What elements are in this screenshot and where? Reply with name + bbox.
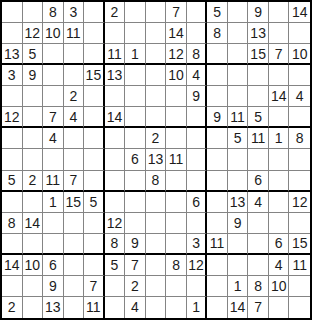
cell-r1c11[interactable]: 5 [207, 2, 228, 23]
cell-r7c14[interactable]: 1 [269, 128, 290, 149]
cell-r11c15[interactable] [289, 213, 310, 234]
cell-r2c12[interactable] [228, 23, 249, 44]
cell-r6c8[interactable] [146, 107, 167, 128]
cell-r10c3[interactable]: 1 [43, 192, 64, 213]
cell-r7c13[interactable]: 11 [248, 128, 269, 149]
cell-r1c2[interactable] [23, 2, 44, 23]
cell-r11c14[interactable] [269, 213, 290, 234]
cell-r2c15[interactable] [289, 23, 310, 44]
cell-r12c9[interactable] [166, 234, 187, 255]
cell-r15c8[interactable] [146, 297, 167, 318]
cell-r7c10[interactable] [187, 128, 208, 149]
cell-r9c10[interactable] [187, 171, 208, 192]
cell-r9c9[interactable] [166, 171, 187, 192]
cell-r8c3[interactable] [43, 149, 64, 170]
cell-r5c13[interactable] [248, 86, 269, 107]
cell-r1c3[interactable]: 8 [43, 2, 64, 23]
cell-r6c1[interactable]: 12 [2, 107, 23, 128]
cell-r8c12[interactable] [228, 149, 249, 170]
cell-r15c7[interactable]: 4 [125, 297, 146, 318]
cell-r14c13[interactable]: 8 [248, 276, 269, 297]
sudoku-board: 8327591412101114813135111128157103915131… [0, 0, 312, 320]
cell-r14c6[interactable] [105, 276, 126, 297]
cell-r11c12[interactable]: 9 [228, 213, 249, 234]
cell-r6c14[interactable] [269, 107, 290, 128]
cell-r1c4[interactable]: 3 [64, 2, 85, 23]
cell-r10c14[interactable] [269, 192, 290, 213]
cell-r10c4[interactable]: 15 [64, 192, 85, 213]
cell-r14c5[interactable]: 7 [84, 276, 105, 297]
cell-r15c15[interactable] [289, 297, 310, 318]
cell-r6c6[interactable]: 14 [105, 107, 126, 128]
cell-r10c2[interactable] [23, 192, 44, 213]
cell-r2c2[interactable]: 12 [23, 23, 44, 44]
cell-r10c15[interactable]: 12 [289, 192, 310, 213]
cell-r11c1[interactable]: 8 [2, 213, 23, 234]
cell-r8c4[interactable] [64, 149, 85, 170]
cell-r11c8[interactable] [146, 213, 167, 234]
cell-r3c8[interactable] [146, 44, 167, 65]
cell-r1c7[interactable] [125, 2, 146, 23]
cell-r1c10[interactable] [187, 2, 208, 23]
cell-r9c13[interactable]: 6 [248, 171, 269, 192]
cell-r10c8[interactable] [146, 192, 167, 213]
cell-r11c7[interactable] [125, 213, 146, 234]
cell-r13c3[interactable]: 6 [43, 255, 64, 276]
cell-r1c13[interactable]: 9 [248, 2, 269, 23]
cell-r5c5[interactable] [84, 86, 105, 107]
cell-r12c2[interactable] [23, 234, 44, 255]
cell-r4c8[interactable] [146, 65, 167, 86]
cell-r12c1[interactable] [2, 234, 23, 255]
cell-r14c11[interactable] [207, 276, 228, 297]
cell-r1c6[interactable]: 2 [105, 2, 126, 23]
cell-r12c3[interactable] [43, 234, 64, 255]
cell-r3c15[interactable]: 10 [289, 44, 310, 65]
cell-r11c9[interactable] [166, 213, 187, 234]
cell-r14c10[interactable] [187, 276, 208, 297]
cell-r10c7[interactable] [125, 192, 146, 213]
cell-r12c4[interactable] [64, 234, 85, 255]
cell-r15c10[interactable]: 1 [187, 297, 208, 318]
cell-r10c6[interactable] [105, 192, 126, 213]
cell-r7c5[interactable] [84, 128, 105, 149]
cell-r13c8[interactable] [146, 255, 167, 276]
cell-r12c11[interactable]: 11 [207, 234, 228, 255]
cell-r9c8[interactable]: 8 [146, 171, 167, 192]
cell-r8c8[interactable]: 13 [146, 149, 167, 170]
cell-r14c14[interactable]: 10 [269, 276, 290, 297]
cell-r14c4[interactable] [64, 276, 85, 297]
cell-r9c14[interactable] [269, 171, 290, 192]
cell-r14c2[interactable] [23, 276, 44, 297]
cell-r3c1[interactable]: 13 [2, 44, 23, 65]
cell-r5c2[interactable] [23, 86, 44, 107]
cell-r4c11[interactable] [207, 65, 228, 86]
cell-r5c4[interactable]: 2 [64, 86, 85, 107]
cell-r11c4[interactable] [64, 213, 85, 234]
cell-r2c9[interactable]: 14 [166, 23, 187, 44]
cell-r5c12[interactable] [228, 86, 249, 107]
cell-r9c4[interactable]: 7 [64, 171, 85, 192]
cell-r8c10[interactable] [187, 149, 208, 170]
cell-r5c14[interactable]: 14 [269, 86, 290, 107]
cell-r1c8[interactable] [146, 2, 167, 23]
cell-r9c7[interactable] [125, 171, 146, 192]
cell-r8c15[interactable] [289, 149, 310, 170]
cell-r6c12[interactable]: 11 [228, 107, 249, 128]
cell-r14c1[interactable] [2, 276, 23, 297]
cell-r14c15[interactable] [289, 276, 310, 297]
cell-r6c2[interactable] [23, 107, 44, 128]
cell-r8c2[interactable] [23, 149, 44, 170]
cell-r8c13[interactable] [248, 149, 269, 170]
cell-r13c12[interactable] [228, 255, 249, 276]
cell-r13c14[interactable]: 4 [269, 255, 290, 276]
cell-r2c8[interactable] [146, 23, 167, 44]
cell-r6c9[interactable] [166, 107, 187, 128]
cell-r6c5[interactable] [84, 107, 105, 128]
cell-r12c12[interactable] [228, 234, 249, 255]
cell-r4c14[interactable] [269, 65, 290, 86]
cell-r14c7[interactable]: 2 [125, 276, 146, 297]
cell-r12c7[interactable]: 9 [125, 234, 146, 255]
cell-r15c5[interactable]: 11 [84, 297, 105, 318]
cell-r4c15[interactable] [289, 65, 310, 86]
cell-r8c5[interactable] [84, 149, 105, 170]
cell-r10c1[interactable] [2, 192, 23, 213]
cell-r11c3[interactable] [43, 213, 64, 234]
cell-r2c1[interactable] [2, 23, 23, 44]
cell-r13c1[interactable]: 14 [2, 255, 23, 276]
cell-r7c4[interactable] [64, 128, 85, 149]
cell-r12c6[interactable]: 8 [105, 234, 126, 255]
cell-r5c6[interactable] [105, 86, 126, 107]
cell-r15c11[interactable] [207, 297, 228, 318]
cell-r9c3[interactable]: 11 [43, 171, 64, 192]
cell-r2c14[interactable] [269, 23, 290, 44]
cell-r1c14[interactable] [269, 2, 290, 23]
cell-r8c9[interactable]: 11 [166, 149, 187, 170]
cell-r13c10[interactable]: 12 [187, 255, 208, 276]
cell-r3c2[interactable]: 5 [23, 44, 44, 65]
cell-r14c3[interactable]: 9 [43, 276, 64, 297]
cell-r2c4[interactable]: 11 [64, 23, 85, 44]
cell-r5c8[interactable] [146, 86, 167, 107]
cell-r7c15[interactable]: 8 [289, 128, 310, 149]
cell-r11c11[interactable] [207, 213, 228, 234]
cell-r5c1[interactable] [2, 86, 23, 107]
cell-r3c4[interactable] [64, 44, 85, 65]
cell-r4c1[interactable]: 3 [2, 65, 23, 86]
cell-r10c5[interactable]: 5 [84, 192, 105, 213]
cell-r11c5[interactable] [84, 213, 105, 234]
cell-r8c1[interactable] [2, 149, 23, 170]
cell-r5c3[interactable] [43, 86, 64, 107]
cell-r10c11[interactable] [207, 192, 228, 213]
cell-r3c12[interactable] [228, 44, 249, 65]
cell-r13c7[interactable]: 7 [125, 255, 146, 276]
cell-r3c5[interactable] [84, 44, 105, 65]
cell-r15c2[interactable] [23, 297, 44, 318]
cell-r9c1[interactable]: 5 [2, 171, 23, 192]
cell-r8c14[interactable] [269, 149, 290, 170]
cell-r1c9[interactable]: 7 [166, 2, 187, 23]
cell-r2c10[interactable] [187, 23, 208, 44]
cell-r3c3[interactable] [43, 44, 64, 65]
cell-r13c9[interactable]: 8 [166, 255, 187, 276]
cell-r2c3[interactable]: 10 [43, 23, 64, 44]
cell-r8c11[interactable] [207, 149, 228, 170]
cell-r4c3[interactable] [43, 65, 64, 86]
cell-r12c13[interactable] [248, 234, 269, 255]
cell-r15c4[interactable] [64, 297, 85, 318]
cell-r7c8[interactable]: 2 [146, 128, 167, 149]
cell-r7c11[interactable] [207, 128, 228, 149]
cell-r1c12[interactable] [228, 2, 249, 23]
cell-r3c7[interactable]: 1 [125, 44, 146, 65]
cell-r15c13[interactable]: 7 [248, 297, 269, 318]
cell-r10c10[interactable]: 6 [187, 192, 208, 213]
cell-r11c10[interactable] [187, 213, 208, 234]
cell-r6c13[interactable]: 5 [248, 107, 269, 128]
cell-r15c6[interactable] [105, 297, 126, 318]
cell-r4c5[interactable]: 15 [84, 65, 105, 86]
cell-r3c11[interactable] [207, 44, 228, 65]
cell-r13c15[interactable]: 11 [289, 255, 310, 276]
cell-r6c4[interactable]: 4 [64, 107, 85, 128]
cell-r3c10[interactable]: 8 [187, 44, 208, 65]
cell-r10c12[interactable]: 13 [228, 192, 249, 213]
cell-r9c11[interactable] [207, 171, 228, 192]
cell-r4c13[interactable] [248, 65, 269, 86]
cell-r15c3[interactable]: 13 [43, 297, 64, 318]
cell-r8c7[interactable]: 6 [125, 149, 146, 170]
cell-r9c6[interactable] [105, 171, 126, 192]
cell-r8c6[interactable] [105, 149, 126, 170]
cell-r2c13[interactable]: 13 [248, 23, 269, 44]
cell-r12c15[interactable]: 15 [289, 234, 310, 255]
cell-r12c8[interactable] [146, 234, 167, 255]
cell-r6c10[interactable] [187, 107, 208, 128]
cell-r14c12[interactable]: 1 [228, 276, 249, 297]
cell-r2c7[interactable] [125, 23, 146, 44]
cell-r2c11[interactable]: 8 [207, 23, 228, 44]
cell-r15c9[interactable] [166, 297, 187, 318]
cell-r12c14[interactable]: 6 [269, 234, 290, 255]
cell-r3c9[interactable]: 12 [166, 44, 187, 65]
cell-r13c4[interactable] [64, 255, 85, 276]
cell-r9c15[interactable] [289, 171, 310, 192]
cell-r14c9[interactable] [166, 276, 187, 297]
cell-r10c9[interactable] [166, 192, 187, 213]
cell-r14c8[interactable] [146, 276, 167, 297]
cell-r2c6[interactable] [105, 23, 126, 44]
cell-r7c12[interactable]: 5 [228, 128, 249, 149]
cell-r11c6[interactable]: 12 [105, 213, 126, 234]
cell-r1c5[interactable] [84, 2, 105, 23]
cell-r11c2[interactable]: 14 [23, 213, 44, 234]
cell-r13c11[interactable] [207, 255, 228, 276]
cell-r13c13[interactable] [248, 255, 269, 276]
cell-r3c13[interactable]: 15 [248, 44, 269, 65]
cell-r7c1[interactable] [2, 128, 23, 149]
cell-r9c2[interactable]: 2 [23, 171, 44, 192]
cell-r4c12[interactable] [228, 65, 249, 86]
cell-r6c7[interactable] [125, 107, 146, 128]
cell-r5c9[interactable] [166, 86, 187, 107]
cell-r15c1[interactable]: 2 [2, 297, 23, 318]
cell-r7c6[interactable] [105, 128, 126, 149]
cell-r4c6[interactable]: 13 [105, 65, 126, 86]
cell-r9c12[interactable] [228, 171, 249, 192]
cell-r5c11[interactable] [207, 86, 228, 107]
cell-r13c5[interactable] [84, 255, 105, 276]
cell-r15c14[interactable] [269, 297, 290, 318]
cell-r11c13[interactable] [248, 213, 269, 234]
cell-r4c7[interactable] [125, 65, 146, 86]
cell-r7c2[interactable] [23, 128, 44, 149]
cell-r7c7[interactable] [125, 128, 146, 149]
cell-r2c5[interactable] [84, 23, 105, 44]
cell-r13c2[interactable]: 10 [23, 255, 44, 276]
cell-r7c9[interactable] [166, 128, 187, 149]
cell-r3c6[interactable]: 11 [105, 44, 126, 65]
cell-r12c5[interactable] [84, 234, 105, 255]
cell-r5c15[interactable]: 4 [289, 86, 310, 107]
cell-r6c11[interactable]: 9 [207, 107, 228, 128]
cell-r12c10[interactable]: 3 [187, 234, 208, 255]
cell-r3c14[interactable]: 7 [269, 44, 290, 65]
cell-r4c2[interactable]: 9 [23, 65, 44, 86]
cell-r1c1[interactable] [2, 2, 23, 23]
cell-r4c4[interactable] [64, 65, 85, 86]
cell-r6c3[interactable]: 7 [43, 107, 64, 128]
cell-r10c13[interactable]: 4 [248, 192, 269, 213]
cell-r1c15[interactable]: 14 [289, 2, 310, 23]
cell-r5c10[interactable]: 9 [187, 86, 208, 107]
cell-r4c10[interactable]: 4 [187, 65, 208, 86]
cell-r4c9[interactable]: 10 [166, 65, 187, 86]
cell-r9c5[interactable] [84, 171, 105, 192]
cell-r5c7[interactable] [125, 86, 146, 107]
cell-r15c12[interactable]: 14 [228, 297, 249, 318]
cell-r13c6[interactable]: 5 [105, 255, 126, 276]
cell-r6c15[interactable] [289, 107, 310, 128]
cell-r7c3[interactable]: 4 [43, 128, 64, 149]
